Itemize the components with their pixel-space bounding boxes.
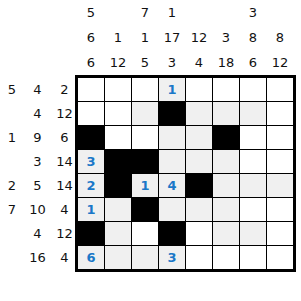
cell-r6c8[interactable] xyxy=(267,198,293,221)
col-clue-band2-col1: 6 xyxy=(78,25,104,50)
cell-r8c7[interactable] xyxy=(240,246,266,269)
col-clue-band3-col3: 5 xyxy=(132,50,158,75)
col-clue-band2-col2: 1 xyxy=(105,25,131,50)
given-digit-r4c1: 3 xyxy=(86,154,95,169)
row-clue-row8-band3: 4 xyxy=(51,246,78,269)
board: 13214163 xyxy=(75,75,296,272)
row-clue-row3-band1: 1 xyxy=(0,126,24,149)
col-clue-band1-col8 xyxy=(267,0,293,25)
col-clue-band1-col2 xyxy=(105,0,131,25)
cell-r8c8[interactable] xyxy=(267,246,293,269)
cell-r3c8[interactable] xyxy=(267,126,293,149)
col-clue-band1-col4: 1 xyxy=(159,0,185,25)
given-digit-r8c4: 3 xyxy=(167,250,176,265)
cell-r3c2[interactable] xyxy=(105,126,131,149)
row-clue-row6-band1: 7 xyxy=(0,198,24,221)
cell-r2c5[interactable] xyxy=(186,102,212,125)
given-digit-r6c1: 1 xyxy=(86,202,95,217)
cell-r5c1[interactable]: 2 xyxy=(78,174,104,197)
cell-r2c4[interactable] xyxy=(159,102,185,125)
cell-r6c6[interactable] xyxy=(213,198,239,221)
row-clue-row1-band1: 5 xyxy=(0,78,24,101)
given-digit-r8c1: 6 xyxy=(86,250,95,265)
cell-r2c8[interactable] xyxy=(267,102,293,125)
cell-r8c5[interactable] xyxy=(186,246,212,269)
cell-r7c7[interactable] xyxy=(240,222,266,245)
cell-r1c6[interactable] xyxy=(213,78,239,101)
row-clue-row2-band3: 12 xyxy=(51,102,78,125)
cell-r3c4[interactable] xyxy=(159,126,185,149)
cell-r4c5[interactable] xyxy=(186,150,212,173)
cell-r8c2[interactable] xyxy=(105,246,131,269)
cell-r6c5[interactable] xyxy=(186,198,212,221)
cell-r1c7[interactable] xyxy=(240,78,266,101)
cell-r7c3[interactable] xyxy=(132,222,158,245)
cell-r4c6[interactable] xyxy=(213,150,239,173)
col-clue-band3-col5: 4 xyxy=(186,50,212,75)
cell-r2c6[interactable] xyxy=(213,102,239,125)
cell-r5c8[interactable] xyxy=(267,174,293,197)
cell-r1c5[interactable] xyxy=(186,78,212,101)
cell-r7c1[interactable] xyxy=(78,222,104,245)
cell-r4c7[interactable] xyxy=(240,150,266,173)
cell-r5c5[interactable] xyxy=(186,174,212,197)
cell-r6c3[interactable] xyxy=(132,198,158,221)
cell-r2c7[interactable] xyxy=(240,102,266,125)
row-clue-row5-band3: 14 xyxy=(51,174,78,197)
cell-r4c2[interactable] xyxy=(105,150,131,173)
col-clue-band1-col7: 3 xyxy=(240,0,266,25)
cell-r1c8[interactable] xyxy=(267,78,293,101)
cell-r4c1[interactable]: 3 xyxy=(78,150,104,173)
row-clue-row4-band2: 3 xyxy=(24,150,51,173)
col-clue-band3-col7: 6 xyxy=(240,50,266,75)
cell-r6c2[interactable] xyxy=(105,198,131,221)
row-clue-row2-band1 xyxy=(0,102,24,125)
row-clue-row6-band2: 10 xyxy=(24,198,51,221)
cell-r5c6[interactable] xyxy=(213,174,239,197)
cell-r6c7[interactable] xyxy=(240,198,266,221)
row-clue-row3-band2: 9 xyxy=(24,126,51,149)
cell-r3c7[interactable] xyxy=(240,126,266,149)
col-clue-band2-col5: 12 xyxy=(186,25,212,50)
row-clue-row1-band3: 2 xyxy=(51,78,78,101)
cell-r7c6[interactable] xyxy=(213,222,239,245)
given-digit-r1c4: 1 xyxy=(167,82,176,97)
row-clue-row7-band2: 4 xyxy=(24,222,51,245)
col-clue-band2-col7: 8 xyxy=(240,25,266,50)
cell-r7c8[interactable] xyxy=(267,222,293,245)
cell-r7c2[interactable] xyxy=(105,222,131,245)
cell-r1c4[interactable]: 1 xyxy=(159,78,185,101)
col-clue-band2-col4: 17 xyxy=(159,25,185,50)
row-clue-row8-band2: 16 xyxy=(24,246,51,269)
cell-r2c3[interactable] xyxy=(132,102,158,125)
col-clue-band1-col1: 5 xyxy=(78,0,104,25)
col-clue-band1-col5 xyxy=(186,0,212,25)
cell-r1c2[interactable] xyxy=(105,78,131,101)
cell-r2c2[interactable] xyxy=(105,102,131,125)
row-clue-row4-band1 xyxy=(0,150,24,173)
col-clue-band3-col1: 6 xyxy=(78,50,104,75)
row-clue-row4-band3: 14 xyxy=(51,150,78,173)
col-clue-band2-col3: 1 xyxy=(132,25,158,50)
cell-r1c1[interactable] xyxy=(78,78,104,101)
cell-r6c1[interactable]: 1 xyxy=(78,198,104,221)
cell-r6c4[interactable] xyxy=(159,198,185,221)
cell-r7c4[interactable] xyxy=(159,222,185,245)
row-clue-row5-band2: 5 xyxy=(24,174,51,197)
row-clue-row7-band1 xyxy=(0,222,24,245)
cell-r8c1[interactable]: 6 xyxy=(78,246,104,269)
cell-r1c3[interactable] xyxy=(132,78,158,101)
row-clue-row5-band1: 2 xyxy=(0,174,24,197)
row-clue-row3-band3: 6 xyxy=(51,126,78,149)
col-clue-band3-col6: 18 xyxy=(213,50,239,75)
cell-r5c2[interactable] xyxy=(105,174,131,197)
cell-r4c4[interactable] xyxy=(159,150,185,173)
col-clue-band3-col4: 3 xyxy=(159,50,185,75)
cell-r3c1[interactable] xyxy=(78,126,104,149)
cell-r3c5[interactable] xyxy=(186,126,212,149)
cell-r8c3[interactable] xyxy=(132,246,158,269)
cell-r4c8[interactable] xyxy=(267,150,293,173)
cell-r2c1[interactable] xyxy=(78,102,104,125)
row-clue-row2-band2: 4 xyxy=(24,102,51,125)
row-clue-row8-band1 xyxy=(0,246,24,269)
cell-r3c6[interactable] xyxy=(213,126,239,149)
cell-r8c6[interactable] xyxy=(213,246,239,269)
cell-r3c3[interactable] xyxy=(132,126,158,149)
col-clue-band2-col6: 3 xyxy=(213,25,239,50)
cell-r5c4[interactable]: 4 xyxy=(159,174,185,197)
col-clue-band2-col8: 8 xyxy=(267,25,293,50)
cell-r7c5[interactable] xyxy=(186,222,212,245)
puzzle-stage: 5713611171238861253418612 54241219631425… xyxy=(0,0,301,301)
cell-r4c3[interactable] xyxy=(132,150,158,173)
col-clue-band3-col2: 12 xyxy=(105,50,131,75)
col-clue-band1-col3: 7 xyxy=(132,0,158,25)
row-clues: 54241219631425147104412164 xyxy=(0,78,78,269)
row-clue-row7-band3: 12 xyxy=(51,222,78,245)
col-clue-band3-col8: 12 xyxy=(267,50,293,75)
column-clues: 5713611171238861253418612 xyxy=(78,0,293,75)
cell-r5c3[interactable]: 1 xyxy=(132,174,158,197)
given-digit-r5c1: 2 xyxy=(86,178,95,193)
row-clue-row6-band3: 4 xyxy=(51,198,78,221)
given-digit-r5c3: 1 xyxy=(140,178,149,193)
col-clue-band1-col6 xyxy=(213,0,239,25)
cell-r8c4[interactable]: 3 xyxy=(159,246,185,269)
cell-r5c7[interactable] xyxy=(240,174,266,197)
row-clue-row1-band2: 4 xyxy=(24,78,51,101)
given-digit-r5c4: 4 xyxy=(167,178,176,193)
